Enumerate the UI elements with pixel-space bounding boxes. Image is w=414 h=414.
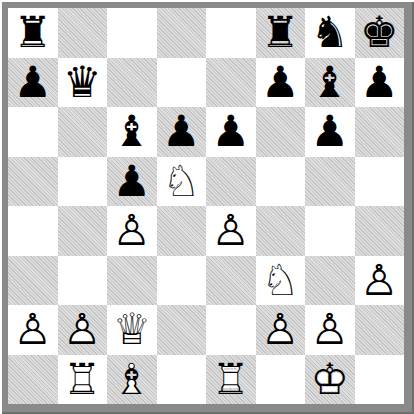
white-knight-glyph: ♘ [256,256,306,306]
square-a8[interactable]: ♜ [8,8,58,58]
square-b3[interactable] [58,256,108,306]
black-rook[interactable]: ♜ [8,8,58,58]
square-b7[interactable]: ♛ [58,58,108,108]
square-h6[interactable] [355,107,405,157]
black-king[interactable]: ♚ [355,8,405,58]
white-knight[interactable]: ♞♘ [256,256,306,306]
white-king-glyph: ♔ [305,355,355,405]
black-knight[interactable]: ♞ [305,8,355,58]
chess-board: ♜♜♞♚♟♛♟♝♟♝♟♟♟♟♞♘♟♙♟♙♞♘♟♙♟♙♟♙♛♕♟♙♟♙♜♖♝♗♜♖… [8,8,404,404]
square-h3[interactable]: ♟♙ [355,256,405,306]
black-pawn-glyph: ♟ [157,107,207,157]
square-h4[interactable] [355,206,405,256]
white-queen[interactable]: ♛♕ [107,305,157,355]
square-g4[interactable] [305,206,355,256]
white-pawn-glyph: ♙ [58,305,108,355]
square-f2[interactable]: ♟♙ [256,305,306,355]
square-g8[interactable]: ♞ [305,8,355,58]
square-a5[interactable] [8,157,58,207]
square-b1[interactable]: ♜♖ [58,355,108,405]
black-pawn[interactable]: ♟ [157,107,207,157]
square-b5[interactable] [58,157,108,207]
black-pawn[interactable]: ♟ [256,58,306,108]
black-pawn-glyph: ♟ [355,58,405,108]
square-g1[interactable]: ♚♔ [305,355,355,405]
square-a1[interactable] [8,355,58,405]
square-h1[interactable] [355,355,405,405]
square-f6[interactable] [256,107,306,157]
square-g7[interactable]: ♝ [305,58,355,108]
white-bishop-glyph: ♗ [107,355,157,405]
black-bishop[interactable]: ♝ [107,107,157,157]
white-rook-glyph: ♖ [58,355,108,405]
black-queen[interactable]: ♛ [58,58,108,108]
white-pawn[interactable]: ♟♙ [8,305,58,355]
white-pawn-glyph: ♙ [256,305,306,355]
square-h8[interactable]: ♚ [355,8,405,58]
square-g3[interactable] [305,256,355,306]
white-pawn-glyph: ♙ [206,206,256,256]
square-f4[interactable] [256,206,306,256]
black-bishop[interactable]: ♝ [305,58,355,108]
square-g6[interactable]: ♟ [305,107,355,157]
white-king[interactable]: ♚♔ [305,355,355,405]
white-pawn[interactable]: ♟♙ [355,256,405,306]
black-pawn-glyph: ♟ [8,58,58,108]
white-pawn-glyph: ♙ [107,206,157,256]
square-e3[interactable] [206,256,256,306]
black-pawn[interactable]: ♟ [107,157,157,207]
white-pawn[interactable]: ♟♙ [206,206,256,256]
square-a4[interactable] [8,206,58,256]
square-d8[interactable] [157,8,207,58]
square-e2[interactable] [206,305,256,355]
square-a2[interactable]: ♟♙ [8,305,58,355]
square-f5[interactable] [256,157,306,207]
white-knight[interactable]: ♞♘ [157,157,207,207]
white-queen-glyph: ♕ [107,305,157,355]
black-pawn[interactable]: ♟ [305,107,355,157]
square-d4[interactable] [157,206,207,256]
square-f8[interactable]: ♜ [256,8,306,58]
square-c6[interactable]: ♝ [107,107,157,157]
square-d1[interactable] [157,355,207,405]
white-rook-glyph: ♖ [206,355,256,405]
square-d7[interactable] [157,58,207,108]
white-pawn[interactable]: ♟♙ [58,305,108,355]
black-pawn-glyph: ♟ [256,58,306,108]
square-c3[interactable] [107,256,157,306]
square-c8[interactable] [107,8,157,58]
square-a6[interactable] [8,107,58,157]
white-pawn-glyph: ♙ [305,305,355,355]
black-bishop-glyph: ♝ [107,107,157,157]
black-rook-glyph: ♜ [256,8,306,58]
square-e8[interactable] [206,8,256,58]
white-rook[interactable]: ♜♖ [206,355,256,405]
white-pawn[interactable]: ♟♙ [256,305,306,355]
square-b8[interactable] [58,8,108,58]
square-b6[interactable] [58,107,108,157]
square-f7[interactable]: ♟ [256,58,306,108]
chess-diagram: ♜♜♞♚♟♛♟♝♟♝♟♟♟♟♞♘♟♙♟♙♞♘♟♙♟♙♟♙♛♕♟♙♟♙♜♖♝♗♜♖… [0,0,414,414]
white-pawn[interactable]: ♟♙ [305,305,355,355]
square-e6[interactable]: ♟ [206,107,256,157]
black-king-glyph: ♚ [355,8,405,58]
black-queen-glyph: ♛ [58,58,108,108]
square-a3[interactable] [8,256,58,306]
square-g5[interactable] [305,157,355,207]
square-g2[interactable]: ♟♙ [305,305,355,355]
black-pawn[interactable]: ♟ [8,58,58,108]
white-pawn-glyph: ♙ [355,256,405,306]
square-a7[interactable]: ♟ [8,58,58,108]
white-knight-glyph: ♘ [157,157,207,207]
square-h5[interactable] [355,157,405,207]
square-c5[interactable]: ♟ [107,157,157,207]
black-rook[interactable]: ♜ [256,8,306,58]
square-e5[interactable] [206,157,256,207]
square-e1[interactable]: ♜♖ [206,355,256,405]
black-rook-glyph: ♜ [8,8,58,58]
black-pawn-glyph: ♟ [107,157,157,207]
square-d3[interactable] [157,256,207,306]
white-rook[interactable]: ♜♖ [58,355,108,405]
black-pawn-glyph: ♟ [305,107,355,157]
board-frame: ♜♜♞♚♟♛♟♝♟♝♟♟♟♟♞♘♟♙♟♙♞♘♟♙♟♙♟♙♛♕♟♙♟♙♜♖♝♗♜♖… [2,2,414,414]
square-f1[interactable] [256,355,306,405]
square-h2[interactable] [355,305,405,355]
square-d2[interactable] [157,305,207,355]
black-bishop-glyph: ♝ [305,58,355,108]
white-pawn[interactable]: ♟♙ [107,206,157,256]
square-c1[interactable]: ♝♗ [107,355,157,405]
black-pawn-glyph: ♟ [206,107,256,157]
black-pawn[interactable]: ♟ [206,107,256,157]
black-pawn[interactable]: ♟ [355,58,405,108]
square-d6[interactable]: ♟ [157,107,207,157]
square-c2[interactable]: ♛♕ [107,305,157,355]
square-h7[interactable]: ♟ [355,58,405,108]
square-e4[interactable]: ♟♙ [206,206,256,256]
square-c7[interactable] [107,58,157,108]
black-knight-glyph: ♞ [305,8,355,58]
square-c4[interactable]: ♟♙ [107,206,157,256]
square-f3[interactable]: ♞♘ [256,256,306,306]
square-d5[interactable]: ♞♘ [157,157,207,207]
white-pawn-glyph: ♙ [8,305,58,355]
square-b4[interactable] [58,206,108,256]
square-e7[interactable] [206,58,256,108]
square-b2[interactable]: ♟♙ [58,305,108,355]
white-bishop[interactable]: ♝♗ [107,355,157,405]
